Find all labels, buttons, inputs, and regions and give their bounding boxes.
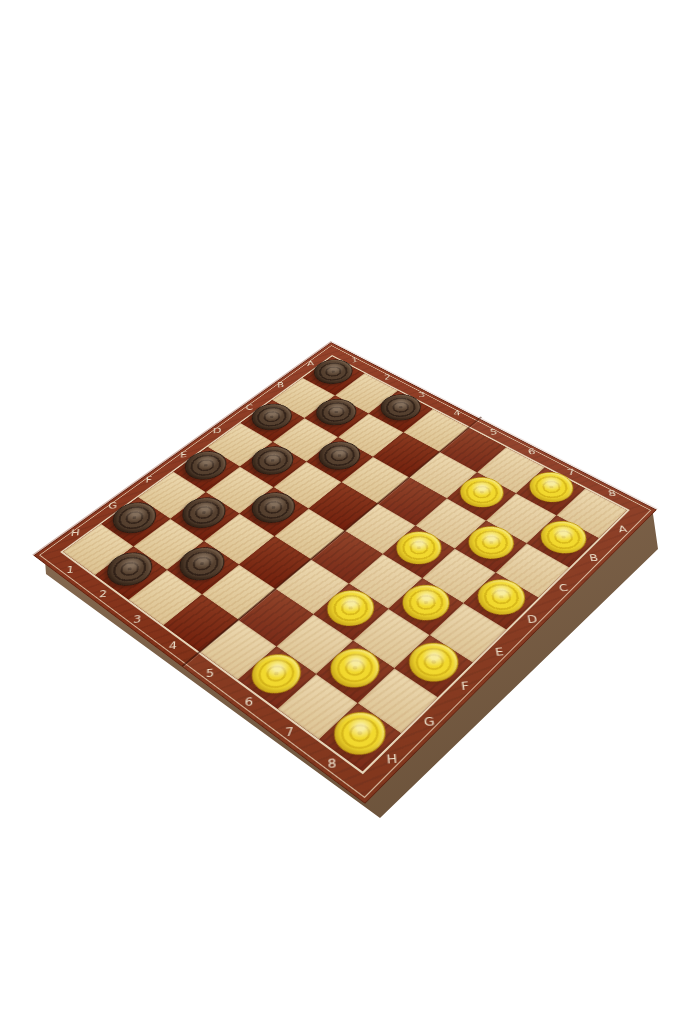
rank-label: 3 <box>128 612 146 626</box>
rank-label: 4 <box>449 408 465 419</box>
rank-label: 2 <box>380 372 395 382</box>
rank-label: 4 <box>164 638 182 653</box>
rank-label: 1 <box>61 563 79 576</box>
file-label: D <box>210 425 225 436</box>
file-label: F <box>141 474 157 486</box>
rank-label: 2 <box>94 587 112 601</box>
checkers-board: 1122334455667788AABBCCDDEEFFGGHH <box>63 356 627 771</box>
file-label: B <box>273 380 287 390</box>
product-photo-canvas: 1122334455667788AABBCCDDEEFFGGHH <box>0 0 682 1024</box>
